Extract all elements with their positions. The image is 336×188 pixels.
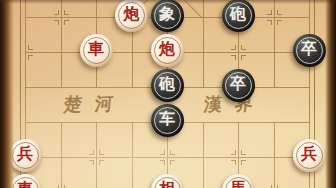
red-soldier-glyph: 兵 — [17, 146, 33, 162]
piece-black-elephant[interactable]: 象 — [151, 0, 184, 32]
river-label-left: 楚河 — [63, 91, 128, 116]
point-marker — [231, 45, 236, 50]
rank-line — [25, 157, 310, 158]
black-cannon-glyph: 砲 — [159, 76, 175, 92]
xiangqi-board-screen: 楚河 漢界 炮象砲車炮卒砲卒车兵兵車相馬 — [0, 0, 336, 188]
piece-red-soldier[interactable]: 兵 — [9, 139, 42, 172]
red-chariot-glyph: 車 — [88, 41, 104, 57]
piece-red-cannon[interactable]: 炮 — [115, 0, 148, 32]
point-marker — [89, 150, 94, 155]
point-marker — [231, 150, 236, 155]
piece-black-soldier[interactable]: 卒 — [222, 69, 255, 102]
piece-red-soldier[interactable]: 兵 — [293, 139, 326, 172]
point-marker — [54, 20, 59, 25]
point-marker — [160, 150, 165, 155]
point-marker — [267, 10, 272, 15]
point-marker — [277, 10, 282, 15]
point-marker — [267, 185, 272, 188]
file-line-top — [61, 0, 62, 88]
point-marker — [241, 55, 246, 60]
red-elephant-glyph: 相 — [159, 181, 175, 188]
black-soldier-glyph: 卒 — [230, 76, 246, 92]
file-line-bottom — [274, 122, 275, 188]
file-line-bottom — [203, 122, 204, 188]
point-marker — [99, 150, 104, 155]
point-marker — [277, 20, 282, 25]
point-marker — [99, 160, 104, 165]
piece-black-chariot[interactable]: 车 — [151, 104, 184, 137]
file-line-top — [203, 0, 204, 88]
black-chariot-glyph: 车 — [159, 111, 175, 127]
point-marker — [54, 185, 59, 188]
piece-red-cannon[interactable]: 炮 — [151, 34, 184, 67]
point-marker — [28, 45, 33, 50]
piece-black-soldier[interactable]: 卒 — [293, 34, 326, 67]
point-marker — [170, 150, 175, 155]
file-line-top — [274, 0, 275, 88]
point-marker — [241, 45, 246, 50]
point-marker — [64, 20, 69, 25]
point-marker — [170, 160, 175, 165]
point-marker — [231, 55, 236, 60]
file-line-bottom — [132, 122, 133, 188]
black-soldier-glyph: 卒 — [301, 41, 317, 57]
point-marker — [89, 160, 94, 165]
piece-black-cannon[interactable]: 砲 — [222, 0, 255, 32]
point-marker — [241, 150, 246, 155]
red-soldier-glyph: 兵 — [301, 146, 317, 162]
point-marker — [64, 185, 69, 188]
piece-black-cannon[interactable]: 砲 — [151, 69, 184, 102]
point-marker — [241, 160, 246, 165]
file-line-bottom — [61, 122, 62, 188]
piece-red-chariot[interactable]: 車 — [80, 34, 113, 67]
point-marker — [160, 160, 165, 165]
point-marker — [28, 55, 33, 60]
point-marker — [267, 20, 272, 25]
point-marker — [277, 185, 282, 188]
file-line-bottom — [96, 122, 97, 188]
point-marker — [54, 10, 59, 15]
red-horse-glyph: 馬 — [230, 181, 246, 188]
point-marker — [64, 10, 69, 15]
red-cannon-glyph: 炮 — [124, 6, 140, 22]
black-elephant-glyph: 象 — [159, 6, 175, 22]
red-cannon-glyph: 炮 — [159, 41, 175, 57]
black-cannon-glyph: 砲 — [230, 6, 246, 22]
red-chariot-glyph: 車 — [17, 181, 33, 188]
point-marker — [231, 160, 236, 165]
